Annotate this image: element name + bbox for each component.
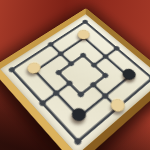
point-b2[interactable]: ● bbox=[24, 62, 47, 82]
point-a4[interactable] bbox=[40, 36, 62, 53]
point-d2[interactable] bbox=[44, 83, 68, 104]
morris-board-frame: ●●●●● bbox=[0, 8, 150, 150]
table-background: ●●●●● bbox=[0, 0, 150, 150]
point-b6[interactable]: ● bbox=[73, 30, 95, 47]
point-g1[interactable] bbox=[64, 129, 91, 150]
point-b4[interactable] bbox=[49, 45, 71, 63]
point-f2[interactable]: ● bbox=[67, 105, 93, 128]
black-piece-f6[interactable]: ● bbox=[119, 65, 140, 83]
point-c3[interactable] bbox=[47, 63, 70, 83]
point-a1[interactable] bbox=[0, 60, 23, 79]
point-d1[interactable] bbox=[30, 92, 55, 114]
points-grid: ●●●●● bbox=[0, 14, 150, 150]
morris-board-surface: ●●●●● bbox=[0, 14, 150, 150]
white-piece-b2[interactable]: ● bbox=[24, 59, 46, 77]
point-f6[interactable]: ● bbox=[117, 67, 140, 87]
white-piece-b6[interactable]: ● bbox=[74, 27, 94, 42]
black-piece-f2[interactable]: ● bbox=[68, 104, 92, 125]
white-piece-g4[interactable]: ● bbox=[107, 95, 130, 115]
point-d7[interactable] bbox=[106, 40, 128, 57]
